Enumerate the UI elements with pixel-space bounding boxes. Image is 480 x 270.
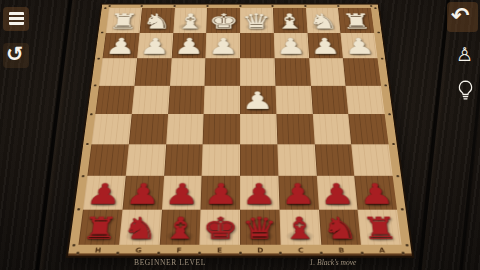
frame-nail — [380, 57, 383, 59]
square-b6[interactable] — [314, 144, 354, 176]
frame-nail — [239, 5, 241, 7]
square-e6[interactable] — [202, 144, 240, 176]
frame-nail — [93, 84, 96, 86]
square-e5[interactable] — [203, 114, 240, 144]
square-b2[interactable]: ♟ — [307, 32, 343, 58]
square-g7[interactable]: ♟ — [122, 176, 163, 210]
square-g6[interactable] — [126, 144, 166, 176]
square-h3[interactable] — [99, 58, 137, 85]
frame-nail — [320, 252, 323, 255]
square-a7[interactable]: ♟ — [354, 176, 396, 210]
red-bishop-c8[interactable]: ♝ — [282, 204, 318, 243]
board-grid: ♜♞♝♚♛♝♞♜♟♟♟♟♟♟♟♟♟♟♟♟♟♟♟♟♜♞♝♚♛♝♞♜ — [78, 8, 401, 245]
square-f5[interactable] — [166, 114, 204, 144]
square-h6[interactable] — [87, 144, 128, 176]
frame-nail — [377, 32, 380, 34]
frame-nail — [360, 252, 363, 255]
square-b4[interactable] — [310, 85, 348, 114]
frame-nail — [173, 5, 176, 7]
red-pawn-b7[interactable]: ♟ — [320, 170, 355, 207]
square-f7[interactable]: ♟ — [162, 176, 202, 210]
red-pawn-d7[interactable]: ♟ — [242, 170, 277, 207]
square-h7[interactable]: ♟ — [83, 176, 125, 210]
square-h2[interactable]: ♟ — [103, 32, 140, 58]
red-bishop-f8[interactable]: ♝ — [161, 204, 197, 243]
square-a2[interactable]: ♟ — [341, 32, 378, 58]
square-a4[interactable] — [346, 85, 385, 114]
rotate-board-icon[interactable]: ↺ — [6, 44, 24, 65]
square-g4[interactable] — [132, 85, 170, 114]
square-f4[interactable] — [168, 85, 205, 114]
square-f1[interactable]: ♝ — [173, 8, 207, 33]
white-king-e1[interactable]: ♚ — [208, 0, 238, 31]
square-c7[interactable]: ♟ — [278, 176, 318, 210]
red-pawn-a7[interactable]: ♟ — [359, 170, 394, 207]
frame-nail — [384, 84, 387, 86]
square-b3[interactable] — [309, 58, 346, 85]
frame-nail — [81, 175, 84, 177]
square-f3[interactable] — [170, 58, 206, 85]
frame-nail — [396, 175, 399, 177]
square-e1[interactable]: ♚ — [206, 8, 240, 33]
square-b5[interactable] — [312, 114, 351, 144]
frame-nail — [97, 57, 100, 59]
square-a3[interactable] — [343, 58, 381, 85]
square-a8[interactable]: ♜ — [358, 209, 402, 244]
white-rook-h1[interactable]: ♜ — [108, 0, 138, 31]
white-knight-g1[interactable]: ♞ — [141, 0, 171, 31]
square-h1[interactable]: ♜ — [106, 8, 142, 33]
square-d2[interactable] — [240, 32, 274, 58]
white-knight-b1[interactable]: ♞ — [309, 0, 339, 31]
chess-app-screen: ♜♞♝♚♛♝♞♜♟♟♟♟♟♟♟♟♟♟♟♟♟♟♟♟♜♞♝♚♛♝♞♜ HGFEDCB… — [0, 0, 480, 270]
frame-nail — [206, 5, 208, 7]
red-pawn-f7[interactable]: ♟ — [164, 170, 199, 207]
frame-nail — [239, 252, 242, 255]
frame-nail — [76, 252, 79, 255]
red-queen-d8[interactable]: ♛ — [242, 204, 278, 243]
square-d3[interactable] — [240, 58, 275, 85]
frame-nail — [405, 243, 408, 246]
square-g2[interactable]: ♟ — [137, 32, 173, 58]
frame-nail — [89, 113, 92, 115]
square-a5[interactable] — [348, 114, 388, 144]
frame-nail — [100, 32, 103, 34]
frame-nail — [304, 5, 307, 7]
square-f2[interactable]: ♟ — [171, 32, 206, 58]
chess-board: ♜♞♝♚♛♝♞♜♟♟♟♟♟♟♟♟♟♟♟♟♟♟♟♟♜♞♝♚♛♝♞♜ HGFEDCB… — [68, 5, 412, 256]
frame-nail — [369, 5, 372, 7]
white-rook-a1[interactable]: ♜ — [342, 0, 372, 31]
square-c5[interactable] — [276, 114, 314, 144]
red-knight-g8[interactable]: ♞ — [121, 204, 157, 243]
frame-nail — [401, 252, 404, 255]
hamburger-menu-icon[interactable] — [9, 12, 24, 25]
frame-nail — [271, 5, 273, 7]
square-f8[interactable]: ♝ — [159, 209, 201, 244]
square-h5[interactable] — [91, 114, 131, 144]
red-king-e8[interactable]: ♚ — [202, 204, 238, 243]
square-d8[interactable]: ♛ — [240, 209, 280, 244]
square-d1[interactable]: ♛ — [240, 8, 274, 33]
square-d5[interactable] — [240, 114, 277, 144]
frame-nail — [77, 208, 80, 210]
square-g1[interactable]: ♞ — [139, 8, 174, 33]
red-knight-b8[interactable]: ♞ — [323, 204, 359, 243]
square-g3[interactable] — [134, 58, 171, 85]
frame-nail — [72, 243, 75, 246]
square-h4[interactable] — [95, 85, 134, 114]
frame-nail — [400, 208, 403, 210]
square-d7[interactable]: ♟ — [240, 176, 279, 210]
level-label: BEGINNER LEVEL — [118, 258, 222, 269]
white-queen-d1[interactable]: ♛ — [242, 0, 272, 31]
square-c8[interactable]: ♝ — [279, 209, 321, 244]
square-g5[interactable] — [129, 114, 168, 144]
square-e4[interactable] — [204, 85, 240, 114]
square-b8[interactable]: ♞ — [318, 209, 361, 244]
frame-nail — [337, 5, 340, 7]
square-e2[interactable]: ♟ — [206, 32, 240, 58]
red-rook-h8[interactable]: ♜ — [81, 204, 117, 243]
frame-nail — [392, 143, 395, 145]
square-e8[interactable]: ♚ — [200, 209, 240, 244]
frame-nail — [374, 7, 377, 9]
board-frame: ♜♞♝♚♛♝♞♜♟♟♟♟♟♟♟♟♟♟♟♟♟♟♟♟♜♞♝♚♛♝♞♜ HGFEDCB… — [68, 5, 412, 256]
white-bishop-f1[interactable]: ♝ — [175, 0, 205, 31]
pawn-icon[interactable]: ♙ — [456, 45, 473, 64]
square-a6[interactable] — [351, 144, 392, 176]
square-d4[interactable]: ♟ — [240, 85, 276, 114]
square-d6[interactable] — [240, 144, 278, 176]
square-h8[interactable]: ♜ — [78, 209, 122, 244]
frame-nail — [198, 252, 201, 255]
red-rook-a8[interactable]: ♜ — [363, 204, 399, 243]
undo-icon[interactable]: ↶ — [451, 5, 469, 27]
square-c3[interactable] — [274, 58, 310, 85]
square-c6[interactable] — [277, 144, 316, 176]
red-pawn-g7[interactable]: ♟ — [124, 170, 159, 207]
lightbulb-icon[interactable] — [457, 80, 474, 105]
square-c1[interactable]: ♝ — [273, 8, 307, 33]
square-b1[interactable]: ♞ — [305, 8, 340, 33]
frame-nail — [388, 113, 391, 115]
red-pawn-h7[interactable]: ♟ — [85, 170, 120, 207]
square-c4[interactable] — [275, 85, 312, 114]
square-c2[interactable]: ♟ — [274, 32, 309, 58]
square-b7[interactable]: ♟ — [316, 176, 357, 210]
red-pawn-e7[interactable]: ♟ — [203, 170, 238, 207]
frame-nail — [85, 143, 88, 145]
frame-nail — [108, 5, 111, 7]
square-a1[interactable]: ♜ — [338, 8, 374, 33]
frame-nail — [141, 5, 144, 7]
white-bishop-c1[interactable]: ♝ — [275, 0, 305, 31]
square-g8[interactable]: ♞ — [119, 209, 162, 244]
turn-indicator: 1. Black's move — [281, 258, 385, 269]
square-e7[interactable]: ♟ — [201, 176, 240, 210]
frame-nail — [104, 7, 107, 9]
square-f6[interactable] — [164, 144, 203, 176]
red-pawn-c7[interactable]: ♟ — [281, 170, 316, 207]
square-e3[interactable] — [205, 58, 240, 85]
